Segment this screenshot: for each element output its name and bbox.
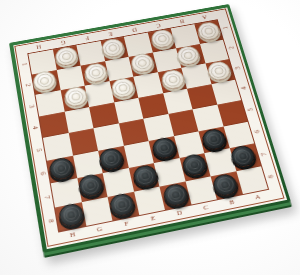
checkers-board: HGFEDCBA HGFEDCBA 12345678 12345678	[9, 4, 291, 253]
black-piece-c7[interactable]	[180, 153, 208, 178]
black-piece-f8[interactable]	[108, 191, 136, 217]
board-margin: HGFEDCBA HGFEDCBA 12345678 12345678	[13, 7, 287, 249]
black-piece-b8[interactable]	[211, 172, 240, 198]
white-piece-g1[interactable]	[54, 46, 79, 68]
black-piece-g7[interactable]	[77, 173, 105, 199]
photo-background: HGFEDCBA HGFEDCBA 12345678 12345678	[0, 0, 300, 275]
black-piece-f6[interactable]	[98, 146, 125, 171]
white-piece-e1[interactable]	[100, 37, 126, 59]
white-piece-d2[interactable]	[130, 52, 156, 74]
white-piece-e3[interactable]	[110, 77, 136, 100]
white-piece-b2[interactable]	[175, 44, 201, 66]
